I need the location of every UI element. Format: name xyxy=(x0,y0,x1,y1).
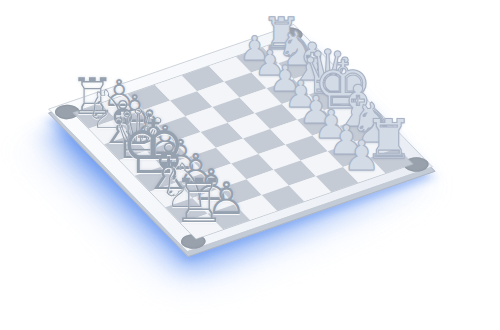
product-photo-canvas: ♜♞♝♛♚♝♞♜♟♟♟♟♟♟♟♟♙♙♙♙♙♙♙♙♖♘♗♕♔♗♘♖ xyxy=(0,0,500,330)
piece-black-pawn-h7[interactable]: ♟ xyxy=(343,134,380,176)
piece-white-rook-h1[interactable]: ♖ xyxy=(172,171,226,232)
